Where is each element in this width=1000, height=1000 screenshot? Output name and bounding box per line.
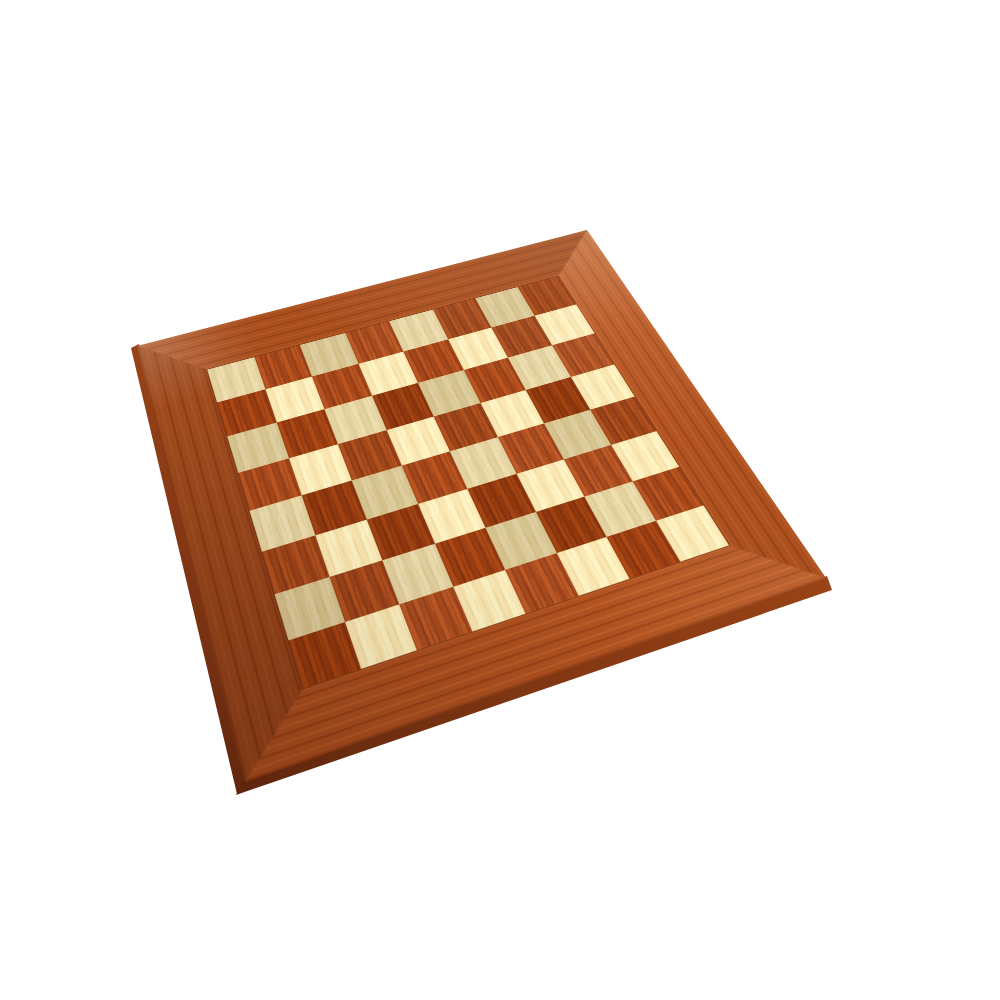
photo-background <box>0 0 1000 1000</box>
